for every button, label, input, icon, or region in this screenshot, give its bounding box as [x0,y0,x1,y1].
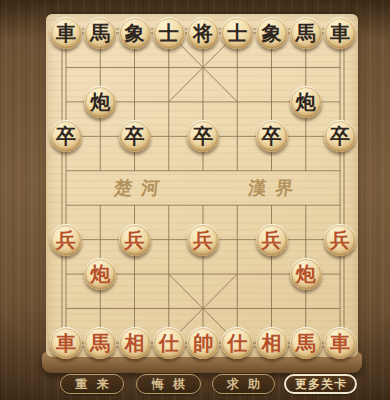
board-cell[interactable]: 卒 [186,119,220,153]
board-cell[interactable] [289,188,323,222]
piece-red-soldier[interactable]: 兵 [187,224,219,256]
board-cell[interactable] [220,222,254,256]
board-cell[interactable]: 仕 [220,326,254,360]
board-cell[interactable] [49,85,83,119]
restart-button[interactable]: 重来 [60,374,124,394]
board-cell[interactable]: 帥 [186,326,220,360]
board-cell[interactable] [83,119,117,153]
board-cell[interactable] [220,85,254,119]
board-cell[interactable] [186,85,220,119]
xiangqi-board: 楚河 漢界 車馬象士将士象馬車炮炮卒卒卒卒卒兵兵兵兵兵炮炮車馬相仕帥仕相馬車 [46,14,358,357]
piece-black-advisor[interactable]: 士 [221,17,253,49]
piece-black-general[interactable]: 将 [187,17,219,49]
board-cell[interactable] [117,50,151,84]
piece-black-soldier[interactable]: 卒 [119,120,151,152]
piece-red-soldier[interactable]: 兵 [256,224,288,256]
board-cell[interactable]: 馬 [289,326,323,360]
board-cell[interactable] [323,257,357,291]
board-cell[interactable]: 車 [49,326,83,360]
board-cell[interactable] [83,222,117,256]
board-cell[interactable] [289,50,323,84]
board-cell[interactable] [254,154,288,188]
board-cell[interactable]: 相 [254,326,288,360]
piece-black-horse[interactable]: 馬 [290,17,322,49]
piece-black-chariot[interactable]: 車 [324,17,356,49]
piece-red-horse[interactable]: 馬 [84,327,116,359]
board-cell[interactable] [49,188,83,222]
piece-red-soldier[interactable]: 兵 [50,224,82,256]
board-cell[interactable]: 兵 [186,222,220,256]
board-cell[interactable] [152,257,186,291]
board-cell[interactable] [220,50,254,84]
board-cell[interactable] [220,154,254,188]
board-cell[interactable] [186,257,220,291]
board-cell[interactable] [152,119,186,153]
board-cell[interactable]: 炮 [83,85,117,119]
board-cell[interactable]: 車 [49,16,83,50]
piece-red-elephant[interactable]: 相 [119,327,151,359]
board-cell[interactable]: 相 [117,326,151,360]
board-cell[interactable] [323,154,357,188]
board-cell[interactable] [186,154,220,188]
piece-black-chariot[interactable]: 車 [50,17,82,49]
board-cell[interactable] [186,188,220,222]
board-cell[interactable]: 車 [323,16,357,50]
piece-black-cannon[interactable]: 炮 [84,86,116,118]
board-cell[interactable] [186,50,220,84]
board-cell[interactable]: 卒 [49,119,83,153]
piece-red-advisor[interactable]: 仕 [153,327,185,359]
board-cell[interactable]: 炮 [289,257,323,291]
help-button[interactable]: 求助 [212,374,275,394]
piece-black-cannon[interactable]: 炮 [290,86,322,118]
board-cell[interactable] [289,119,323,153]
piece-red-elephant[interactable]: 相 [256,327,288,359]
board-cell[interactable]: 士 [152,16,186,50]
piece-black-advisor[interactable]: 士 [153,17,185,49]
piece-red-soldier[interactable]: 兵 [324,224,356,256]
board-cell[interactable]: 仕 [152,326,186,360]
board-cell[interactable] [83,50,117,84]
board-cell[interactable] [152,188,186,222]
board-cell[interactable] [152,85,186,119]
board-cell[interactable] [152,222,186,256]
piece-black-elephant[interactable]: 象 [256,17,288,49]
board-cell[interactable] [254,291,288,325]
piece-red-cannon[interactable]: 炮 [84,258,116,290]
board-cell[interactable] [289,154,323,188]
board-cell[interactable] [152,50,186,84]
board-cell[interactable] [117,188,151,222]
board-cell[interactable]: 卒 [254,119,288,153]
piece-red-chariot[interactable]: 車 [324,327,356,359]
board-cell[interactable] [117,291,151,325]
board-cell[interactable] [323,85,357,119]
undo-move-button[interactable]: 悔棋 [136,374,201,394]
board-cell[interactable] [186,291,220,325]
board-cell[interactable]: 馬 [83,326,117,360]
board-cell[interactable]: 炮 [83,257,117,291]
board-cell[interactable] [83,188,117,222]
board-cell[interactable]: 兵 [323,222,357,256]
board-cell[interactable] [220,257,254,291]
board-cell[interactable] [323,291,357,325]
board-cell[interactable]: 馬 [289,16,323,50]
board-cell[interactable] [117,85,151,119]
board-cell[interactable] [49,291,83,325]
board-cell[interactable] [152,291,186,325]
board-cell[interactable] [289,222,323,256]
board-cell[interactable]: 卒 [117,119,151,153]
board-cell[interactable]: 象 [254,16,288,50]
board-cell[interactable]: 兵 [117,222,151,256]
board-cell[interactable]: 将 [186,16,220,50]
board-cell[interactable]: 炮 [289,85,323,119]
board-cell[interactable] [254,188,288,222]
board-cell[interactable] [117,257,151,291]
board-cell[interactable] [49,257,83,291]
more-levels-button[interactable]: 更多关卡 [284,374,357,394]
piece-red-chariot[interactable]: 車 [50,327,82,359]
board-cells: 車馬象士将士象馬車炮炮卒卒卒卒卒兵兵兵兵兵炮炮車馬相仕帥仕相馬車 [49,16,357,360]
board-cell[interactable] [323,188,357,222]
board-cell[interactable]: 象 [117,16,151,50]
board-cell[interactable] [152,154,186,188]
piece-black-soldier[interactable]: 卒 [187,120,219,152]
board-cell[interactable] [49,50,83,84]
board-cell[interactable] [323,50,357,84]
piece-black-soldier[interactable]: 卒 [324,120,356,152]
board-cell[interactable] [254,257,288,291]
board-cell[interactable] [220,119,254,153]
piece-red-advisor[interactable]: 仕 [221,327,253,359]
board-cell[interactable] [117,154,151,188]
piece-red-general[interactable]: 帥 [187,327,219,359]
piece-black-elephant[interactable]: 象 [119,17,151,49]
board-cell[interactable]: 卒 [323,119,357,153]
piece-black-soldier[interactable]: 卒 [256,120,288,152]
board-cell[interactable] [289,291,323,325]
piece-red-cannon[interactable]: 炮 [290,258,322,290]
board-cell[interactable]: 馬 [83,16,117,50]
board-cell[interactable]: 車 [323,326,357,360]
piece-red-horse[interactable]: 馬 [290,327,322,359]
board-cell[interactable] [83,291,117,325]
board-cell[interactable] [83,154,117,188]
board-cell[interactable] [220,291,254,325]
board-cell[interactable]: 兵 [49,222,83,256]
board-cell[interactable]: 士 [220,16,254,50]
piece-red-soldier[interactable]: 兵 [119,224,151,256]
game-screen: 楚河 漢界 車馬象士将士象馬車炮炮卒卒卒卒卒兵兵兵兵兵炮炮車馬相仕帥仕相馬車 重… [0,0,390,400]
board-cell[interactable]: 兵 [254,222,288,256]
board-cell[interactable] [49,154,83,188]
piece-black-soldier[interactable]: 卒 [50,120,82,152]
piece-black-horse[interactable]: 馬 [84,17,116,49]
board-cell[interactable] [220,188,254,222]
board-cell[interactable] [254,85,288,119]
board-cell[interactable] [254,50,288,84]
